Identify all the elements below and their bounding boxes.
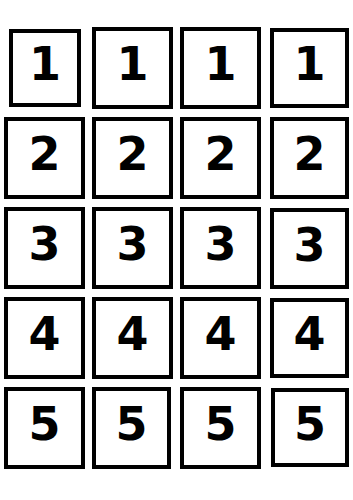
card-digit: 2: [293, 131, 325, 177]
number-card: 3: [4, 207, 85, 289]
number-card: 2: [92, 117, 173, 199]
number-card: 1: [9, 29, 81, 107]
card-digit: 2: [204, 131, 236, 177]
card-digit: 3: [204, 221, 236, 267]
number-card: 5: [4, 387, 85, 469]
card-digit: 3: [293, 222, 325, 268]
card-digit: 5: [294, 401, 326, 447]
card-digit: 1: [204, 41, 236, 87]
card-digit: 4: [293, 311, 325, 357]
number-card: 4: [92, 297, 173, 379]
number-card: 3: [180, 207, 261, 289]
number-card: 5: [92, 387, 171, 469]
number-card: 4: [4, 297, 85, 379]
number-card: 2: [180, 117, 261, 199]
card-digit: 1: [116, 41, 148, 87]
card-digit: 2: [116, 131, 148, 177]
number-card: 4: [270, 298, 349, 378]
number-card: 2: [270, 117, 349, 199]
card-digit: 4: [116, 311, 148, 357]
number-card: 1: [270, 28, 349, 108]
number-card: 3: [92, 207, 173, 289]
card-digit: 3: [116, 221, 148, 267]
card-digit: 1: [29, 41, 61, 87]
card-digit: 4: [204, 311, 236, 357]
number-card: 3: [270, 208, 349, 289]
card-digit: 5: [28, 401, 60, 447]
card-digit: 5: [115, 401, 147, 447]
card-digit: 2: [28, 131, 60, 177]
number-card: 1: [92, 27, 173, 109]
card-digit: 4: [28, 311, 60, 357]
number-card: 2: [4, 117, 85, 199]
number-card: 5: [271, 388, 349, 467]
worksheet-page: 11112222333344445555: [0, 0, 353, 500]
card-digit: 1: [293, 41, 325, 87]
card-digit: 3: [28, 221, 60, 267]
number-card: 1: [180, 27, 261, 109]
card-digit: 5: [204, 401, 236, 447]
number-card: 5: [180, 387, 261, 469]
number-card-grid: 11112222333344445555: [4, 27, 349, 469]
number-card: 4: [180, 297, 261, 379]
